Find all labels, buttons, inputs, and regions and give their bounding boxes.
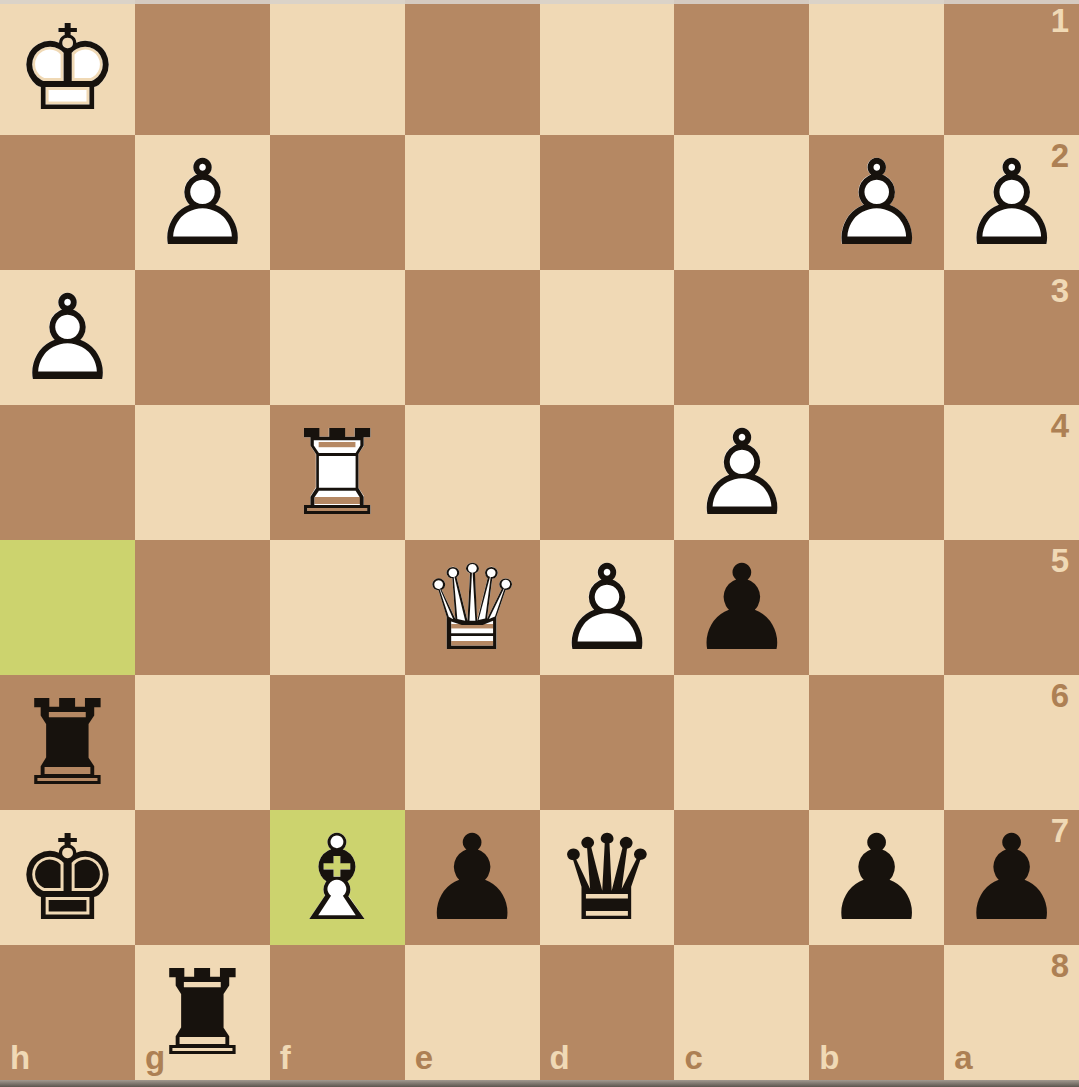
square-d1[interactable] bbox=[540, 0, 675, 135]
square-e1[interactable] bbox=[405, 0, 540, 135]
white-pawn-outline: ♙ bbox=[0, 270, 135, 405]
square-f2[interactable] bbox=[270, 135, 405, 270]
square-g2[interactable]: ♟♙ bbox=[135, 135, 270, 270]
white-pawn[interactable]: ♟♙ bbox=[0, 270, 135, 405]
square-e7[interactable]: ♟ bbox=[405, 810, 540, 945]
file-label-c: c bbox=[684, 1039, 702, 1077]
white-king-outline: ♔ bbox=[0, 0, 135, 135]
rank-label-6: 6 bbox=[1051, 677, 1069, 715]
square-e3[interactable] bbox=[405, 270, 540, 405]
black-pawn[interactable]: ♟ bbox=[405, 810, 540, 945]
square-f5[interactable] bbox=[270, 540, 405, 675]
file-label-e: e bbox=[415, 1039, 433, 1077]
file-label-b: b bbox=[819, 1039, 839, 1077]
square-h8[interactable]: h bbox=[0, 945, 135, 1080]
square-g3[interactable] bbox=[135, 270, 270, 405]
white-pawn-outline: ♙ bbox=[809, 135, 944, 270]
square-c4[interactable]: ♟♙ bbox=[674, 405, 809, 540]
square-e5[interactable]: ♛♕ bbox=[405, 540, 540, 675]
white-pawn-outline: ♙ bbox=[674, 405, 809, 540]
square-c8[interactable]: c bbox=[674, 945, 809, 1080]
rank-label-8: 8 bbox=[1051, 947, 1069, 985]
black-queen[interactable]: ♛ bbox=[540, 810, 675, 945]
square-g1[interactable] bbox=[135, 0, 270, 135]
square-c3[interactable] bbox=[674, 270, 809, 405]
square-d3[interactable] bbox=[540, 270, 675, 405]
file-label-f: f bbox=[280, 1039, 291, 1077]
white-queen-outline: ♕ bbox=[405, 540, 540, 675]
square-h4[interactable] bbox=[0, 405, 135, 540]
white-pawn[interactable]: ♟♙ bbox=[809, 135, 944, 270]
rank-label-3: 3 bbox=[1051, 272, 1069, 310]
square-b1[interactable] bbox=[809, 0, 944, 135]
black-rook[interactable]: ♜ bbox=[135, 945, 270, 1080]
white-bishop[interactable]: ♝♗ bbox=[270, 810, 405, 945]
square-d2[interactable] bbox=[540, 135, 675, 270]
square-a2[interactable]: ♟♙2 bbox=[944, 135, 1079, 270]
square-d7[interactable]: ♛ bbox=[540, 810, 675, 945]
rank-label-5: 5 bbox=[1051, 542, 1069, 580]
file-label-h: h bbox=[10, 1039, 30, 1077]
square-c5[interactable]: ♟ bbox=[674, 540, 809, 675]
square-g4[interactable] bbox=[135, 405, 270, 540]
white-pawn[interactable]: ♟♙ bbox=[135, 135, 270, 270]
square-e2[interactable] bbox=[405, 135, 540, 270]
white-king[interactable]: ♚♔ bbox=[0, 0, 135, 135]
black-rook[interactable]: ♜ bbox=[0, 675, 135, 810]
black-pawn[interactable]: ♟ bbox=[674, 540, 809, 675]
white-rook-outline: ♖ bbox=[270, 405, 405, 540]
square-a5[interactable]: 5 bbox=[944, 540, 1079, 675]
square-g8[interactable]: ♜g bbox=[135, 945, 270, 1080]
square-f6[interactable] bbox=[270, 675, 405, 810]
square-d4[interactable] bbox=[540, 405, 675, 540]
white-pawn-outline: ♙ bbox=[135, 135, 270, 270]
square-d8[interactable]: d bbox=[540, 945, 675, 1080]
square-h5[interactable] bbox=[0, 540, 135, 675]
square-h2[interactable] bbox=[0, 135, 135, 270]
square-g6[interactable] bbox=[135, 675, 270, 810]
file-label-a: a bbox=[954, 1039, 972, 1077]
square-c7[interactable] bbox=[674, 810, 809, 945]
rank-label-4: 4 bbox=[1051, 407, 1069, 445]
square-a6[interactable]: 6 bbox=[944, 675, 1079, 810]
square-c2[interactable] bbox=[674, 135, 809, 270]
square-e6[interactable] bbox=[405, 675, 540, 810]
square-f4[interactable]: ♜♖ bbox=[270, 405, 405, 540]
white-pawn-outline: ♙ bbox=[944, 135, 1079, 270]
square-c1[interactable] bbox=[674, 0, 809, 135]
square-b4[interactable] bbox=[809, 405, 944, 540]
square-f3[interactable] bbox=[270, 270, 405, 405]
white-pawn-outline: ♙ bbox=[540, 540, 675, 675]
square-a3[interactable]: 3 bbox=[944, 270, 1079, 405]
square-a8[interactable]: 8a bbox=[944, 945, 1079, 1080]
square-b6[interactable] bbox=[809, 675, 944, 810]
square-f7[interactable]: ♝♗ bbox=[270, 810, 405, 945]
square-g7[interactable] bbox=[135, 810, 270, 945]
square-f8[interactable]: f bbox=[270, 945, 405, 1080]
square-d6[interactable] bbox=[540, 675, 675, 810]
square-h3[interactable]: ♟♙ bbox=[0, 270, 135, 405]
square-a7[interactable]: ♟7 bbox=[944, 810, 1079, 945]
file-label-d: d bbox=[550, 1039, 570, 1077]
square-a1[interactable]: 1 bbox=[944, 0, 1079, 135]
black-pawn[interactable]: ♟ bbox=[944, 810, 1079, 945]
white-rook[interactable]: ♜♖ bbox=[270, 405, 405, 540]
white-pawn[interactable]: ♟♙ bbox=[674, 405, 809, 540]
square-b7[interactable]: ♟ bbox=[809, 810, 944, 945]
square-h6[interactable]: ♜ bbox=[0, 675, 135, 810]
square-b8[interactable]: b bbox=[809, 945, 944, 1080]
square-h7[interactable]: ♚ bbox=[0, 810, 135, 945]
rank-label-1: 1 bbox=[1051, 2, 1069, 40]
square-a4[interactable]: 4 bbox=[944, 405, 1079, 540]
square-b2[interactable]: ♟♙ bbox=[809, 135, 944, 270]
square-h1[interactable]: ♚♔ bbox=[0, 0, 135, 135]
square-g5[interactable] bbox=[135, 540, 270, 675]
black-king[interactable]: ♚ bbox=[0, 810, 135, 945]
square-e8[interactable]: e bbox=[405, 945, 540, 1080]
square-b3[interactable] bbox=[809, 270, 944, 405]
white-queen[interactable]: ♛♕ bbox=[405, 540, 540, 675]
square-b5[interactable] bbox=[809, 540, 944, 675]
square-c6[interactable] bbox=[674, 675, 809, 810]
square-e4[interactable] bbox=[405, 405, 540, 540]
chess-app: ♚♔1♟♙♟♙♟♙2♟♙3♜♖♟♙4♛♕♟♙♟5♜6♚♝♗♟♛♟♟7h♜gfed… bbox=[0, 0, 1079, 1087]
white-bishop-outline: ♗ bbox=[270, 810, 405, 945]
white-pawn[interactable]: ♟♙ bbox=[540, 540, 675, 675]
white-pawn[interactable]: ♟♙ bbox=[944, 135, 1079, 270]
black-pawn[interactable]: ♟ bbox=[809, 810, 944, 945]
square-f1[interactable] bbox=[270, 0, 405, 135]
square-d5[interactable]: ♟♙ bbox=[540, 540, 675, 675]
chess-board: ♚♔1♟♙♟♙♟♙2♟♙3♜♖♟♙4♛♕♟♙♟5♜6♚♝♗♟♛♟♟7h♜gfed… bbox=[0, 0, 1079, 1080]
